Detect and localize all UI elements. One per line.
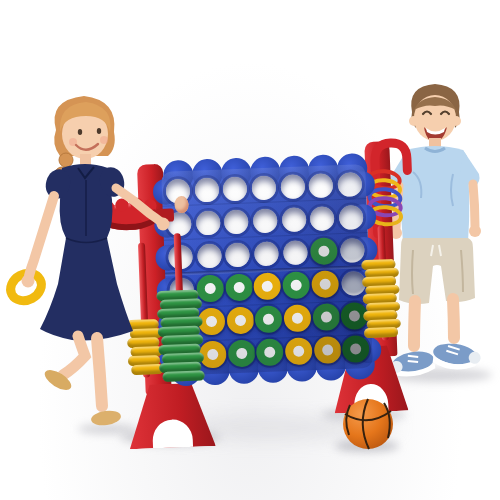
green-disc [256, 338, 284, 366]
cell-r2-c3[interactable] [222, 204, 252, 238]
cell-r3-c2[interactable] [194, 239, 224, 273]
girl-arm-right [29, 196, 54, 276]
girl-cheek [100, 136, 108, 144]
green-disc [312, 303, 340, 331]
boy-hand [469, 225, 481, 237]
boy-sneaker-right [431, 341, 482, 373]
cell-r6-c6[interactable] [312, 333, 342, 367]
cell-r1-c6[interactable] [306, 168, 336, 202]
girl-arm-left [116, 188, 161, 222]
cell-r2-c5[interactable] [279, 202, 309, 236]
cell-r3-c5[interactable] [280, 235, 310, 269]
cell-r3-c6[interactable] [309, 234, 339, 268]
girl-hand-right [22, 275, 35, 288]
girl-hand-left [157, 218, 170, 231]
basketball[interactable] [341, 397, 395, 451]
cell-r5-c5[interactable] [283, 301, 313, 335]
green-disc [228, 339, 256, 367]
boy-ear [451, 116, 461, 126]
yellow-disc [226, 306, 254, 334]
cell-r1-c5[interactable] [278, 169, 308, 203]
boy-shorts [399, 238, 475, 304]
cell-r3-c3[interactable] [223, 237, 253, 271]
cell-r5-c6[interactable] [311, 300, 341, 334]
yellow-disc [284, 304, 312, 332]
yellow-disc [313, 336, 341, 364]
yellow-disc [285, 337, 313, 365]
cell-r1-c3[interactable] [220, 171, 250, 205]
cell-r4-c6[interactable] [310, 267, 340, 301]
green-disc [225, 273, 253, 301]
cell-r2-c2[interactable] [193, 206, 223, 240]
cell-r3-c4[interactable] [252, 236, 282, 270]
ring-stack-yellow-right[interactable] [363, 260, 400, 338]
yellow-disc [311, 270, 339, 298]
cell-r2-c4[interactable] [250, 203, 280, 237]
boy-leg [453, 299, 454, 338]
green-disc [282, 271, 310, 299]
cell-r4-c4[interactable] [253, 269, 283, 303]
cell-r6-c5[interactable] [284, 334, 314, 368]
girl [0, 88, 175, 458]
green-disc [342, 335, 370, 363]
boy-ear [409, 116, 419, 126]
green-disc [310, 237, 338, 265]
cell-r2-c7[interactable] [336, 200, 366, 234]
product-photo-scene: { "game": "Giant Connect Four (Jumbo 4-i… [0, 0, 500, 500]
boy-leg [414, 301, 415, 346]
cell-r5-c3[interactable] [226, 303, 256, 337]
cell-r1-c7[interactable] [335, 167, 365, 201]
yellow-disc [254, 272, 282, 300]
cell-r2-c6[interactable] [307, 201, 337, 235]
girl-eye [78, 129, 82, 135]
girl-leg-lifted [63, 336, 85, 375]
green-disc [255, 305, 283, 333]
cell-r6-c3[interactable] [227, 336, 257, 370]
cell-r1-c4[interactable] [249, 170, 279, 204]
girl-shoe-standing [90, 409, 122, 427]
girl-neck [80, 154, 91, 165]
cell-r4-c3[interactable] [224, 270, 254, 304]
cell-r1-c2[interactable] [192, 173, 222, 207]
girl-leg-standing [97, 338, 102, 406]
green-disc [197, 275, 225, 303]
cell-r6-c4[interactable] [255, 335, 285, 369]
girl-eye [97, 128, 101, 134]
boy-arm [473, 184, 475, 226]
stacked-ring[interactable] [364, 327, 398, 338]
cell-r4-c5[interactable] [281, 268, 311, 302]
cell-r5-c4[interactable] [254, 302, 284, 336]
